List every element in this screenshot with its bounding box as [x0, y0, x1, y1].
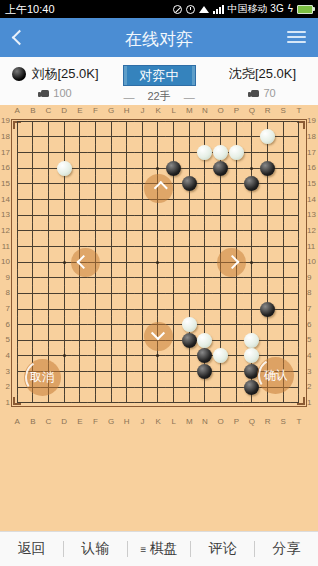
intersection-F15[interactable] — [88, 176, 104, 192]
intersection-P19[interactable] — [228, 114, 244, 130]
intersection-P6[interactable] — [228, 317, 244, 333]
intersection-T1[interactable] — [291, 395, 307, 411]
intersection-R12[interactable] — [260, 223, 276, 239]
intersection-H16[interactable] — [119, 160, 135, 176]
intersection-E6[interactable] — [72, 317, 88, 333]
intersection-S17[interactable] — [275, 145, 291, 161]
intersection-Q15[interactable] — [244, 176, 260, 192]
intersection-C14[interactable] — [41, 192, 57, 208]
game-status-button[interactable]: 对弈中 — [123, 65, 196, 86]
intersection-F13[interactable] — [88, 207, 104, 223]
intersection-T2[interactable] — [291, 379, 307, 395]
intersection-D7[interactable] — [56, 301, 72, 317]
intersection-C17[interactable] — [41, 145, 57, 161]
intersection-T4[interactable] — [291, 348, 307, 364]
intersection-A6[interactable] — [9, 317, 25, 333]
intersection-P7[interactable] — [228, 301, 244, 317]
intersection-F18[interactable] — [88, 129, 104, 145]
intersection-H5[interactable] — [119, 332, 135, 348]
intersection-P2[interactable] — [228, 379, 244, 395]
intersection-C13[interactable] — [41, 207, 57, 223]
intersection-L18[interactable] — [166, 129, 182, 145]
intersection-L2[interactable] — [166, 379, 182, 395]
intersection-H19[interactable] — [119, 114, 135, 130]
intersection-P17[interactable] — [228, 145, 244, 161]
intersection-T14[interactable] — [291, 192, 307, 208]
intersection-E7[interactable] — [72, 301, 88, 317]
intersection-K9[interactable] — [150, 270, 166, 286]
intersection-L8[interactable] — [166, 286, 182, 302]
intersection-R9[interactable] — [260, 270, 276, 286]
intersection-P8[interactable] — [228, 286, 244, 302]
intersection-J18[interactable] — [135, 129, 151, 145]
intersection-E12[interactable] — [72, 223, 88, 239]
intersection-J7[interactable] — [135, 301, 151, 317]
intersection-M16[interactable] — [181, 160, 197, 176]
intersection-G10[interactable] — [103, 254, 119, 270]
intersection-F3[interactable] — [88, 364, 104, 380]
intersection-R17[interactable] — [260, 145, 276, 161]
intersection-O19[interactable] — [213, 114, 229, 130]
intersection-N9[interactable] — [197, 270, 213, 286]
toolbar-back-button[interactable]: 返回 — [0, 540, 63, 558]
intersection-D10[interactable] — [56, 254, 72, 270]
intersection-H12[interactable] — [119, 223, 135, 239]
intersection-N10[interactable] — [197, 254, 213, 270]
intersection-B10[interactable] — [25, 254, 41, 270]
intersection-E17[interactable] — [72, 145, 88, 161]
intersection-A11[interactable] — [9, 239, 25, 255]
intersection-O5[interactable] — [213, 332, 229, 348]
intersection-F7[interactable] — [88, 301, 104, 317]
intersection-L17[interactable] — [166, 145, 182, 161]
intersection-B15[interactable] — [25, 176, 41, 192]
intersection-H6[interactable] — [119, 317, 135, 333]
intersection-Q4[interactable] — [244, 348, 260, 364]
intersection-F12[interactable] — [88, 223, 104, 239]
intersection-D6[interactable] — [56, 317, 72, 333]
intersection-Q9[interactable] — [244, 270, 260, 286]
intersection-G3[interactable] — [103, 364, 119, 380]
intersection-A7[interactable] — [9, 301, 25, 317]
intersection-N14[interactable] — [197, 192, 213, 208]
intersection-H15[interactable] — [119, 176, 135, 192]
intersection-L4[interactable] — [166, 348, 182, 364]
intersection-A2[interactable] — [9, 379, 25, 395]
intersection-O15[interactable] — [213, 176, 229, 192]
intersection-H7[interactable] — [119, 301, 135, 317]
intersection-P3[interactable] — [228, 364, 244, 380]
intersection-M7[interactable] — [181, 301, 197, 317]
intersection-D14[interactable] — [56, 192, 72, 208]
intersection-O16[interactable] — [213, 160, 229, 176]
intersection-F8[interactable] — [88, 286, 104, 302]
intersection-D8[interactable] — [56, 286, 72, 302]
intersection-E8[interactable] — [72, 286, 88, 302]
intersection-C12[interactable] — [41, 223, 57, 239]
intersection-L7[interactable] — [166, 301, 182, 317]
intersection-F17[interactable] — [88, 145, 104, 161]
intersection-N16[interactable] — [197, 160, 213, 176]
intersection-M1[interactable] — [181, 395, 197, 411]
intersection-D16[interactable] — [56, 160, 72, 176]
intersection-F4[interactable] — [88, 348, 104, 364]
intersection-G16[interactable] — [103, 160, 119, 176]
intersection-H9[interactable] — [119, 270, 135, 286]
intersection-M6[interactable] — [181, 317, 197, 333]
intersection-P5[interactable] — [228, 332, 244, 348]
move-down-button[interactable] — [144, 322, 173, 351]
intersection-E15[interactable] — [72, 176, 88, 192]
intersection-G15[interactable] — [103, 176, 119, 192]
intersection-E5[interactable] — [72, 332, 88, 348]
intersection-L1[interactable] — [166, 395, 182, 411]
intersection-C1[interactable] — [41, 395, 57, 411]
intersection-O14[interactable] — [213, 192, 229, 208]
intersection-J13[interactable] — [135, 207, 151, 223]
intersection-O13[interactable] — [213, 207, 229, 223]
intersection-E1[interactable] — [72, 395, 88, 411]
intersection-T8[interactable] — [291, 286, 307, 302]
intersection-F5[interactable] — [88, 332, 104, 348]
intersection-E18[interactable] — [72, 129, 88, 145]
intersection-T13[interactable] — [291, 207, 307, 223]
intersection-S6[interactable] — [275, 317, 291, 333]
intersection-K19[interactable] — [150, 114, 166, 130]
intersection-T10[interactable] — [291, 254, 307, 270]
intersection-R7[interactable] — [260, 301, 276, 317]
intersection-R13[interactable] — [260, 207, 276, 223]
intersection-G12[interactable] — [103, 223, 119, 239]
intersection-E3[interactable] — [72, 364, 88, 380]
intersection-J16[interactable] — [135, 160, 151, 176]
intersection-G17[interactable] — [103, 145, 119, 161]
intersection-F19[interactable] — [88, 114, 104, 130]
intersection-H11[interactable] — [119, 239, 135, 255]
intersection-L3[interactable] — [166, 364, 182, 380]
intersection-S5[interactable] — [275, 332, 291, 348]
intersection-B19[interactable] — [25, 114, 41, 130]
intersection-Q12[interactable] — [244, 223, 260, 239]
intersection-O18[interactable] — [213, 129, 229, 145]
intersection-P18[interactable] — [228, 129, 244, 145]
intersection-Q6[interactable] — [244, 317, 260, 333]
intersection-E16[interactable] — [72, 160, 88, 176]
intersection-S7[interactable] — [275, 301, 291, 317]
intersection-S16[interactable] — [275, 160, 291, 176]
intersection-M12[interactable] — [181, 223, 197, 239]
intersection-J17[interactable] — [135, 145, 151, 161]
intersection-L13[interactable] — [166, 207, 182, 223]
intersection-N17[interactable] — [197, 145, 213, 161]
intersection-R18[interactable] — [260, 129, 276, 145]
intersection-T7[interactable] — [291, 301, 307, 317]
intersection-G14[interactable] — [103, 192, 119, 208]
intersection-G8[interactable] — [103, 286, 119, 302]
intersection-M14[interactable] — [181, 192, 197, 208]
intersection-H18[interactable] — [119, 129, 135, 145]
intersection-F2[interactable] — [88, 379, 104, 395]
intersection-K8[interactable] — [150, 286, 166, 302]
intersection-A5[interactable] — [9, 332, 25, 348]
intersection-P16[interactable] — [228, 160, 244, 176]
intersection-A1[interactable] — [9, 395, 25, 411]
intersection-K12[interactable] — [150, 223, 166, 239]
intersection-C5[interactable] — [41, 332, 57, 348]
intersection-G5[interactable] — [103, 332, 119, 348]
toolbar-share-button[interactable]: 分享 — [255, 540, 318, 558]
intersection-S14[interactable] — [275, 192, 291, 208]
intersection-D9[interactable] — [56, 270, 72, 286]
intersection-S12[interactable] — [275, 223, 291, 239]
intersection-C8[interactable] — [41, 286, 57, 302]
intersection-Q5[interactable] — [244, 332, 260, 348]
intersection-K2[interactable] — [150, 379, 166, 395]
intersection-J4[interactable] — [135, 348, 151, 364]
intersection-A13[interactable] — [9, 207, 25, 223]
intersection-R14[interactable] — [260, 192, 276, 208]
intersection-H13[interactable] — [119, 207, 135, 223]
intersection-B7[interactable] — [25, 301, 41, 317]
intersection-H2[interactable] — [119, 379, 135, 395]
intersection-T15[interactable] — [291, 176, 307, 192]
intersection-Q13[interactable] — [244, 207, 260, 223]
intersection-H8[interactable] — [119, 286, 135, 302]
intersection-H14[interactable] — [119, 192, 135, 208]
intersection-B5[interactable] — [25, 332, 41, 348]
intersection-Q8[interactable] — [244, 286, 260, 302]
intersection-B16[interactable] — [25, 160, 41, 176]
intersection-S11[interactable] — [275, 239, 291, 255]
intersection-R1[interactable] — [260, 395, 276, 411]
intersection-T5[interactable] — [291, 332, 307, 348]
intersection-J12[interactable] — [135, 223, 151, 239]
intersection-G18[interactable] — [103, 129, 119, 145]
intersection-N13[interactable] — [197, 207, 213, 223]
intersection-R16[interactable] — [260, 160, 276, 176]
intersection-B8[interactable] — [25, 286, 41, 302]
intersection-T19[interactable] — [291, 114, 307, 130]
intersection-B18[interactable] — [25, 129, 41, 145]
intersection-B1[interactable] — [25, 395, 41, 411]
intersection-J10[interactable] — [135, 254, 151, 270]
intersection-O2[interactable] — [213, 379, 229, 395]
intersection-M19[interactable] — [181, 114, 197, 130]
intersection-L19[interactable] — [166, 114, 182, 130]
intersection-J9[interactable] — [135, 270, 151, 286]
intersection-O8[interactable] — [213, 286, 229, 302]
intersection-N4[interactable] — [197, 348, 213, 364]
intersection-E19[interactable] — [72, 114, 88, 130]
intersection-C18[interactable] — [41, 129, 57, 145]
intersection-D5[interactable] — [56, 332, 72, 348]
intersection-J1[interactable] — [135, 395, 151, 411]
intersection-S13[interactable] — [275, 207, 291, 223]
intersection-M2[interactable] — [181, 379, 197, 395]
intersection-A10[interactable] — [9, 254, 25, 270]
intersection-N7[interactable] — [197, 301, 213, 317]
intersection-G13[interactable] — [103, 207, 119, 223]
toolbar-board-button[interactable]: ≡棋盘 — [128, 540, 191, 558]
intersection-N12[interactable] — [197, 223, 213, 239]
intersection-L9[interactable] — [166, 270, 182, 286]
intersection-M15[interactable] — [181, 176, 197, 192]
intersection-Q19[interactable] — [244, 114, 260, 130]
intersection-C19[interactable] — [41, 114, 57, 130]
intersection-F16[interactable] — [88, 160, 104, 176]
intersection-R11[interactable] — [260, 239, 276, 255]
black-likes[interactable]: 100 — [39, 87, 71, 99]
intersection-T6[interactable] — [291, 317, 307, 333]
intersection-N1[interactable] — [197, 395, 213, 411]
intersection-N3[interactable] — [197, 364, 213, 380]
move-right-button[interactable] — [217, 248, 246, 277]
intersection-N6[interactable] — [197, 317, 213, 333]
intersection-K3[interactable] — [150, 364, 166, 380]
intersection-B17[interactable] — [25, 145, 41, 161]
intersection-A18[interactable] — [9, 129, 25, 145]
intersection-E4[interactable] — [72, 348, 88, 364]
intersection-Q10[interactable] — [244, 254, 260, 270]
intersection-C11[interactable] — [41, 239, 57, 255]
intersection-D1[interactable] — [56, 395, 72, 411]
intersection-M9[interactable] — [181, 270, 197, 286]
intersection-M10[interactable] — [181, 254, 197, 270]
intersection-A19[interactable] — [9, 114, 25, 130]
intersection-O6[interactable] — [213, 317, 229, 333]
intersection-C7[interactable] — [41, 301, 57, 317]
intersection-P1[interactable] — [228, 395, 244, 411]
intersection-O17[interactable] — [213, 145, 229, 161]
intersection-B11[interactable] — [25, 239, 41, 255]
intersection-R19[interactable] — [260, 114, 276, 130]
intersection-R15[interactable] — [260, 176, 276, 192]
intersection-B14[interactable] — [25, 192, 41, 208]
intersection-N8[interactable] — [197, 286, 213, 302]
intersection-H3[interactable] — [119, 364, 135, 380]
intersection-G1[interactable] — [103, 395, 119, 411]
move-left-button[interactable] — [71, 248, 100, 277]
intersection-G9[interactable] — [103, 270, 119, 286]
intersection-L11[interactable] — [166, 239, 182, 255]
intersection-K11[interactable] — [150, 239, 166, 255]
toolbar-comment-button[interactable]: 评论 — [191, 540, 254, 558]
intersection-J8[interactable] — [135, 286, 151, 302]
intersection-A12[interactable] — [9, 223, 25, 239]
intersection-Q1[interactable] — [244, 395, 260, 411]
intersection-F14[interactable] — [88, 192, 104, 208]
intersection-D19[interactable] — [56, 114, 72, 130]
intersection-S1[interactable] — [275, 395, 291, 411]
intersection-E14[interactable] — [72, 192, 88, 208]
intersection-N18[interactable] — [197, 129, 213, 145]
intersection-G6[interactable] — [103, 317, 119, 333]
intersection-P14[interactable] — [228, 192, 244, 208]
intersection-G19[interactable] — [103, 114, 119, 130]
intersection-P15[interactable] — [228, 176, 244, 192]
intersection-P4[interactable] — [228, 348, 244, 364]
intersection-M17[interactable] — [181, 145, 197, 161]
intersection-T17[interactable] — [291, 145, 307, 161]
intersection-L10[interactable] — [166, 254, 182, 270]
intersection-F6[interactable] — [88, 317, 104, 333]
intersection-A14[interactable] — [9, 192, 25, 208]
intersection-D17[interactable] — [56, 145, 72, 161]
intersection-R8[interactable] — [260, 286, 276, 302]
intersection-A16[interactable] — [9, 160, 25, 176]
intersection-B6[interactable] — [25, 317, 41, 333]
intersection-F1[interactable] — [88, 395, 104, 411]
intersection-S9[interactable] — [275, 270, 291, 286]
intersection-K10[interactable] — [150, 254, 166, 270]
intersection-N15[interactable] — [197, 176, 213, 192]
intersection-C9[interactable] — [41, 270, 57, 286]
intersection-H4[interactable] — [119, 348, 135, 364]
intersection-M18[interactable] — [181, 129, 197, 145]
intersection-J19[interactable] — [135, 114, 151, 130]
intersection-A15[interactable] — [9, 176, 25, 192]
intersection-E13[interactable] — [72, 207, 88, 223]
white-likes[interactable]: 70 — [249, 87, 275, 99]
intersection-H17[interactable] — [119, 145, 135, 161]
intersection-K17[interactable] — [150, 145, 166, 161]
intersection-S15[interactable] — [275, 176, 291, 192]
intersection-J3[interactable] — [135, 364, 151, 380]
intersection-D12[interactable] — [56, 223, 72, 239]
intersection-A17[interactable] — [9, 145, 25, 161]
intersection-T16[interactable] — [291, 160, 307, 176]
intersection-S19[interactable] — [275, 114, 291, 130]
intersection-M11[interactable] — [181, 239, 197, 255]
intersection-N5[interactable] — [197, 332, 213, 348]
intersection-A8[interactable] — [9, 286, 25, 302]
intersection-G11[interactable] — [103, 239, 119, 255]
cancel-button[interactable]: 取消 — [24, 359, 61, 396]
intersection-D18[interactable] — [56, 129, 72, 145]
intersection-Q11[interactable] — [244, 239, 260, 255]
intersection-N11[interactable] — [197, 239, 213, 255]
intersection-A9[interactable] — [9, 270, 25, 286]
intersection-G2[interactable] — [103, 379, 119, 395]
intersection-R10[interactable] — [260, 254, 276, 270]
intersection-K13[interactable] — [150, 207, 166, 223]
intersection-A4[interactable] — [9, 348, 25, 364]
intersection-Q16[interactable] — [244, 160, 260, 176]
intersection-O3[interactable] — [213, 364, 229, 380]
intersection-B13[interactable] — [25, 207, 41, 223]
move-up-button[interactable] — [144, 174, 173, 203]
intersection-S18[interactable] — [275, 129, 291, 145]
intersection-B9[interactable] — [25, 270, 41, 286]
intersection-J11[interactable] — [135, 239, 151, 255]
intersection-E2[interactable] — [72, 379, 88, 395]
toolbar-resign-button[interactable]: 认输 — [64, 540, 127, 558]
intersection-S8[interactable] — [275, 286, 291, 302]
intersection-D15[interactable] — [56, 176, 72, 192]
intersection-P13[interactable] — [228, 207, 244, 223]
intersection-C10[interactable] — [41, 254, 57, 270]
intersection-M5[interactable] — [181, 332, 197, 348]
intersection-Q14[interactable] — [244, 192, 260, 208]
intersection-T18[interactable] — [291, 129, 307, 145]
intersection-T12[interactable] — [291, 223, 307, 239]
intersection-O1[interactable] — [213, 395, 229, 411]
intersection-C6[interactable] — [41, 317, 57, 333]
intersection-M4[interactable] — [181, 348, 197, 364]
intersection-K18[interactable] — [150, 129, 166, 145]
intersection-O7[interactable] — [213, 301, 229, 317]
intersection-H1[interactable] — [119, 395, 135, 411]
